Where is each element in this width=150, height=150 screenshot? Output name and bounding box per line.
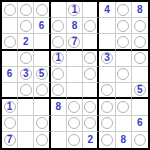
cell-r9c4[interactable] [51,132,67,148]
given-digit: 2 [23,37,29,47]
cell-r8c9[interactable]: 6 [132,116,148,132]
cell-r5c2[interactable]: 3 [18,67,34,83]
sudoku-board: 1486827136355186728 [0,0,150,150]
odd-circle [134,36,146,48]
given-digit: 3 [104,53,110,63]
odd-circle [117,68,129,80]
cell-r5c1[interactable]: 6 [2,67,18,83]
cell-r2c7[interactable] [99,18,115,34]
given-digit: 4 [104,5,110,15]
odd-circle: 1 [4,101,16,113]
cell-r2c8[interactable] [116,18,132,34]
odd-circle [52,20,64,32]
cell-r1c4[interactable] [51,2,67,18]
odd-circle [134,52,146,64]
odd-circle [20,84,32,96]
cell-r5c5[interactable] [67,67,83,83]
cell-r6c3[interactable] [34,83,50,99]
cell-r2c6[interactable] [83,18,99,34]
odd-circle: 3 [20,68,32,80]
cell-r3c8[interactable] [116,34,132,50]
odd-circle [101,101,113,113]
odd-circle: 7 [68,36,80,48]
cell-r6c9[interactable]: 5 [132,83,148,99]
odd-circle [36,134,48,146]
odd-circle [68,134,80,146]
odd-circle [68,117,80,129]
odd-circle: 3 [101,52,113,64]
cell-r4c1[interactable] [2,51,18,67]
given-digit: 6 [137,118,143,128]
cell-r8c2[interactable] [18,116,34,132]
cell-r9c3[interactable] [34,132,50,148]
cell-r2c9[interactable] [132,18,148,34]
given-digit: 5 [39,69,45,79]
odd-circle [20,20,32,32]
cell-r5c7[interactable] [99,67,115,83]
odd-circle: 1 [52,52,64,64]
cell-r9c7[interactable] [99,132,115,148]
given-digit: 8 [120,135,126,145]
odd-circle [84,20,96,32]
given-digit: 1 [7,102,13,112]
odd-circle: 1 [68,4,80,16]
cell-r7c6[interactable] [83,99,99,115]
odd-circle [52,84,64,96]
odd-circle [117,36,129,48]
cell-r7c5[interactable] [67,99,83,115]
cell-r3c6[interactable] [83,34,99,50]
given-digit: 1 [55,53,61,63]
odd-circle: 5 [134,84,146,96]
odd-circle [20,52,32,64]
given-digit: 7 [72,37,78,47]
cell-r3c4[interactable] [51,34,67,50]
odd-circle [4,117,16,129]
given-digit: 6 [7,69,13,79]
odd-circle: 5 [36,68,48,80]
cell-r7c7[interactable] [99,99,115,115]
cell-r4c3[interactable] [34,51,50,67]
cell-r2c4[interactable] [51,18,67,34]
cell-r4c7[interactable]: 3 [99,51,115,67]
cell-r3c9[interactable] [132,34,148,50]
given-digit: 6 [39,21,45,31]
cell-r1c3[interactable] [34,2,50,18]
cell-r3c3[interactable] [34,34,50,50]
given-digit: 8 [55,102,61,112]
odd-circle [101,134,113,146]
cell-r7c4[interactable]: 8 [51,99,67,115]
cell-r7c2[interactable] [18,99,34,115]
cell-r6c4[interactable] [51,83,67,99]
cell-r7c1[interactable]: 1 [2,99,18,115]
cell-r6c2[interactable] [18,83,34,99]
cell-r5c3[interactable]: 5 [34,67,50,83]
cell-r9c5[interactable] [67,132,83,148]
odd-circle [52,36,64,48]
cell-r4c9[interactable] [132,51,148,67]
cell-r2c3[interactable]: 6 [34,18,50,34]
cell-r4c2[interactable] [18,51,34,67]
cell-r1c6[interactable] [83,2,99,18]
cell-r2c2[interactable] [18,18,34,34]
cell-r5c9[interactable] [132,67,148,83]
cell-r8c1[interactable] [2,116,18,132]
given-digit: 8 [72,21,78,31]
cell-r8c7[interactable] [99,116,115,132]
cell-r4c6[interactable] [83,51,99,67]
cell-r3c1[interactable] [2,34,18,50]
cell-r1c9[interactable]: 8 [132,2,148,18]
cell-r3c7[interactable] [99,34,115,50]
cell-r9c9[interactable] [132,132,148,148]
odd-circle [4,36,16,48]
cell-r8c5[interactable] [67,116,83,132]
odd-circle [20,4,32,16]
cell-r3c2[interactable]: 2 [18,34,34,50]
odd-circle: 7 [4,134,16,146]
cell-r8c4[interactable] [51,116,67,132]
odd-circle [36,84,48,96]
cell-r6c1[interactable] [2,83,18,99]
cell-r6c6[interactable] [83,83,99,99]
cell-r9c2[interactable] [18,132,34,148]
cell-r8c3[interactable] [34,116,50,132]
odd-circle [134,20,146,32]
cell-r7c8[interactable] [116,99,132,115]
cell-r4c5[interactable] [67,51,83,67]
given-digit: 3 [23,69,29,79]
odd-circle [117,20,129,32]
odd-circle [68,101,80,113]
cell-r5c8[interactable] [116,67,132,83]
cell-r1c7[interactable]: 4 [99,2,115,18]
cell-r8c6[interactable] [83,116,99,132]
cell-r3c5[interactable]: 7 [67,34,83,50]
odd-circle [134,134,146,146]
cell-r7c3[interactable] [34,99,50,115]
cell-r9c6[interactable]: 2 [83,132,99,148]
odd-circle [84,52,96,64]
odd-circle [117,4,129,16]
odd-circle [36,117,48,129]
cell-r7c9[interactable] [132,99,148,115]
given-digit: 5 [137,85,143,95]
given-digit: 7 [7,135,13,145]
cell-r6c7[interactable] [99,83,115,99]
odd-circle [101,84,113,96]
odd-circle [101,117,113,129]
cell-r1c5[interactable]: 1 [67,2,83,18]
odd-circle [84,101,96,113]
odd-circle [84,117,96,129]
cell-r2c5[interactable]: 8 [67,18,83,34]
given-digit: 8 [137,5,143,15]
cell-r9c1[interactable]: 7 [2,132,18,148]
cell-r6c8[interactable] [116,83,132,99]
cell-r2c1[interactable] [2,18,18,34]
cell-r8c8[interactable] [116,116,132,132]
cell-r4c4[interactable]: 1 [51,51,67,67]
cell-r6c5[interactable] [67,83,83,99]
given-digit: 2 [87,135,93,145]
given-digit: 1 [72,5,78,15]
cell-r9c8[interactable]: 8 [116,132,132,148]
odd-circle [84,68,96,80]
cell-r4c8[interactable] [116,51,132,67]
cell-r5c4[interactable] [51,67,67,83]
odd-circle [117,101,129,113]
cell-r5c6[interactable] [83,67,99,83]
cell-r1c8[interactable] [116,2,132,18]
cell-r1c1[interactable] [2,2,18,18]
odd-circle [4,4,16,16]
odd-circle [52,68,64,80]
cell-r1c2[interactable] [18,2,34,18]
odd-circle [36,4,48,16]
